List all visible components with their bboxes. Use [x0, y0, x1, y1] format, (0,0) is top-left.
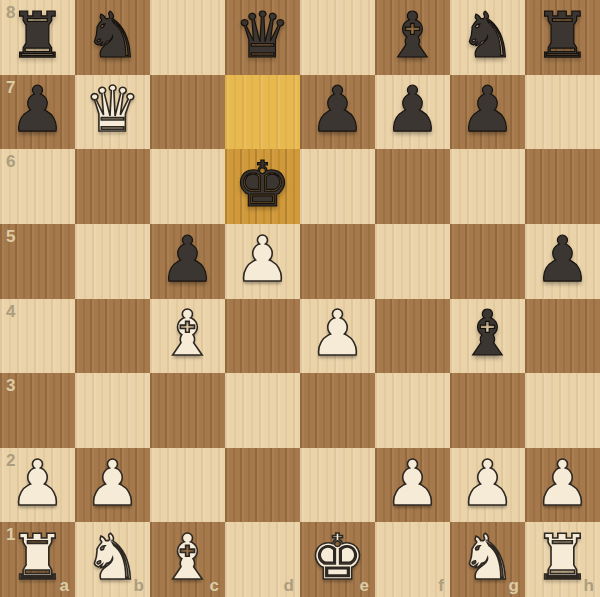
- piece-white-knight[interactable]: ♞: [459, 526, 515, 589]
- piece-black-king[interactable]: ♚: [234, 153, 290, 216]
- square-c4[interactable]: ♝: [150, 299, 225, 374]
- square-d4[interactable]: [225, 299, 300, 374]
- square-h7[interactable]: [525, 75, 600, 150]
- square-b8[interactable]: ♞: [75, 0, 150, 75]
- square-c2[interactable]: [150, 448, 225, 523]
- piece-black-pawn[interactable]: ♟: [534, 228, 590, 291]
- square-h6[interactable]: [525, 149, 600, 224]
- piece-white-king[interactable]: ♚: [309, 526, 365, 589]
- file-label-f: f: [438, 576, 444, 596]
- square-e4[interactable]: ♟: [300, 299, 375, 374]
- piece-white-pawn[interactable]: ♟: [534, 452, 590, 515]
- piece-black-bishop[interactable]: ♝: [384, 4, 440, 67]
- piece-black-rook[interactable]: ♜: [9, 4, 65, 67]
- piece-black-pawn[interactable]: ♟: [309, 78, 365, 141]
- square-f1[interactable]: f: [375, 522, 450, 597]
- square-e2[interactable]: [300, 448, 375, 523]
- square-h5[interactable]: ♟: [525, 224, 600, 299]
- piece-white-pawn[interactable]: ♟: [309, 302, 365, 365]
- square-c6[interactable]: [150, 149, 225, 224]
- square-f8[interactable]: ♝: [375, 0, 450, 75]
- square-d5[interactable]: ♟: [225, 224, 300, 299]
- piece-black-queen[interactable]: ♛: [234, 4, 290, 67]
- square-a2[interactable]: 2♟: [0, 448, 75, 523]
- square-h3[interactable]: [525, 373, 600, 448]
- chess-app-stage: 8♜♞♛♝♞♜7♟♛♟♟♟6♚5♟♟♟4♝♟♝32♟♟♟♟♟1a♜b♞c♝de♚…: [0, 0, 600, 597]
- square-e3[interactable]: [300, 373, 375, 448]
- square-d7[interactable]: [225, 75, 300, 150]
- square-a5[interactable]: 5: [0, 224, 75, 299]
- square-e6[interactable]: [300, 149, 375, 224]
- square-a4[interactable]: 4: [0, 299, 75, 374]
- square-h2[interactable]: ♟: [525, 448, 600, 523]
- piece-black-pawn[interactable]: ♟: [384, 78, 440, 141]
- square-b4[interactable]: [75, 299, 150, 374]
- square-g7[interactable]: ♟: [450, 75, 525, 150]
- square-a3[interactable]: 3: [0, 373, 75, 448]
- piece-white-pawn[interactable]: ♟: [459, 452, 515, 515]
- square-f4[interactable]: [375, 299, 450, 374]
- square-e7[interactable]: ♟: [300, 75, 375, 150]
- square-a6[interactable]: 6: [0, 149, 75, 224]
- square-h4[interactable]: [525, 299, 600, 374]
- square-f2[interactable]: ♟: [375, 448, 450, 523]
- square-b1[interactable]: b♞: [75, 522, 150, 597]
- square-b6[interactable]: [75, 149, 150, 224]
- square-d8[interactable]: ♛: [225, 0, 300, 75]
- piece-white-pawn[interactable]: ♟: [234, 228, 290, 291]
- square-f5[interactable]: [375, 224, 450, 299]
- file-label-d: d: [284, 576, 294, 596]
- piece-white-queen[interactable]: ♛: [84, 78, 140, 141]
- piece-white-bishop[interactable]: ♝: [159, 302, 215, 365]
- piece-white-rook[interactable]: ♜: [9, 526, 65, 589]
- square-a8[interactable]: 8♜: [0, 0, 75, 75]
- piece-white-pawn[interactable]: ♟: [9, 452, 65, 515]
- square-c5[interactable]: ♟: [150, 224, 225, 299]
- square-g6[interactable]: [450, 149, 525, 224]
- piece-black-pawn[interactable]: ♟: [159, 228, 215, 291]
- square-c3[interactable]: [150, 373, 225, 448]
- piece-white-rook[interactable]: ♜: [534, 526, 590, 589]
- square-a1[interactable]: 1a♜: [0, 522, 75, 597]
- piece-black-knight[interactable]: ♞: [459, 4, 515, 67]
- piece-white-bishop[interactable]: ♝: [159, 526, 215, 589]
- square-h1[interactable]: h♜: [525, 522, 600, 597]
- piece-black-rook[interactable]: ♜: [534, 4, 590, 67]
- square-b2[interactable]: ♟: [75, 448, 150, 523]
- square-g5[interactable]: [450, 224, 525, 299]
- piece-black-knight[interactable]: ♞: [84, 4, 140, 67]
- square-b3[interactable]: [75, 373, 150, 448]
- square-d6[interactable]: ♚: [225, 149, 300, 224]
- square-g4[interactable]: ♝: [450, 299, 525, 374]
- square-d2[interactable]: [225, 448, 300, 523]
- square-c8[interactable]: [150, 0, 225, 75]
- rank-label-6: 6: [6, 152, 15, 172]
- square-f7[interactable]: ♟: [375, 75, 450, 150]
- square-b7[interactable]: ♛: [75, 75, 150, 150]
- square-d3[interactable]: [225, 373, 300, 448]
- square-a7[interactable]: 7♟: [0, 75, 75, 150]
- piece-black-pawn[interactable]: ♟: [459, 78, 515, 141]
- square-c1[interactable]: c♝: [150, 522, 225, 597]
- square-b5[interactable]: [75, 224, 150, 299]
- square-f3[interactable]: [375, 373, 450, 448]
- square-e1[interactable]: e♚: [300, 522, 375, 597]
- piece-black-bishop[interactable]: ♝: [459, 302, 515, 365]
- piece-white-knight[interactable]: ♞: [84, 526, 140, 589]
- piece-white-pawn[interactable]: ♟: [384, 452, 440, 515]
- chess-board: 8♜♞♛♝♞♜7♟♛♟♟♟6♚5♟♟♟4♝♟♝32♟♟♟♟♟1a♜b♞c♝de♚…: [0, 0, 600, 597]
- square-g1[interactable]: g♞: [450, 522, 525, 597]
- square-g8[interactable]: ♞: [450, 0, 525, 75]
- square-h8[interactable]: ♜: [525, 0, 600, 75]
- rank-label-5: 5: [6, 227, 15, 247]
- piece-black-pawn[interactable]: ♟: [9, 78, 65, 141]
- square-c7[interactable]: [150, 75, 225, 150]
- square-e8[interactable]: [300, 0, 375, 75]
- square-g3[interactable]: [450, 373, 525, 448]
- square-d1[interactable]: d: [225, 522, 300, 597]
- piece-white-pawn[interactable]: ♟: [84, 452, 140, 515]
- square-g2[interactable]: ♟: [450, 448, 525, 523]
- square-f6[interactable]: [375, 149, 450, 224]
- rank-label-4: 4: [6, 302, 15, 322]
- rank-label-3: 3: [6, 376, 15, 396]
- square-e5[interactable]: [300, 224, 375, 299]
